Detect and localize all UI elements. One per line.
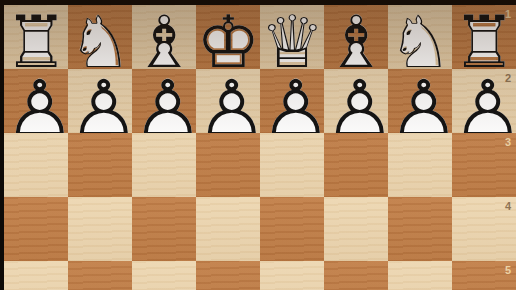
white-pawn: ♟♙ xyxy=(132,69,196,133)
white-knight: ♞♘ xyxy=(68,5,132,69)
square-c3[interactable] xyxy=(324,133,388,197)
square-e4[interactable] xyxy=(196,197,260,261)
square-h2[interactable]: ♟♙ xyxy=(4,69,68,133)
white-knight-outline-glyph: ♘ xyxy=(388,6,453,78)
white-king-outline-glyph: ♔ xyxy=(196,6,261,78)
square-f5[interactable] xyxy=(132,261,196,290)
rank-label-2: 2 xyxy=(505,72,511,84)
square-d3[interactable] xyxy=(260,133,324,197)
square-b4[interactable] xyxy=(388,197,452,261)
rank-label-4: 4 xyxy=(505,200,511,212)
square-e2[interactable]: ♟♙ xyxy=(196,69,260,133)
square-g3[interactable] xyxy=(68,133,132,197)
square-d5[interactable] xyxy=(260,261,324,290)
square-h4[interactable] xyxy=(4,197,68,261)
white-pawn: ♟♙ xyxy=(260,69,324,133)
white-bishop-outline-glyph: ♗ xyxy=(324,6,389,78)
square-g1[interactable]: ♞♘ xyxy=(68,5,132,69)
white-pawn: ♟♙ xyxy=(324,69,388,133)
square-c2[interactable]: ♟♙ xyxy=(324,69,388,133)
white-bishop-outline-glyph: ♗ xyxy=(132,6,197,78)
white-bishop-fill-glyph: ♝ xyxy=(132,6,197,78)
white-bishop: ♝♗ xyxy=(324,5,388,69)
white-rook-fill-glyph: ♜ xyxy=(4,6,69,78)
white-queen-fill-glyph: ♛ xyxy=(260,6,325,78)
square-f3[interactable] xyxy=(132,133,196,197)
square-d1[interactable]: ♛♕ xyxy=(260,5,324,69)
white-pawn: ♟♙ xyxy=(196,69,260,133)
square-h3[interactable] xyxy=(4,133,68,197)
square-a1[interactable]: ♜♖1 xyxy=(452,5,516,69)
square-c1[interactable]: ♝♗ xyxy=(324,5,388,69)
white-pawn: ♟♙ xyxy=(68,69,132,133)
square-g4[interactable] xyxy=(68,197,132,261)
white-king-fill-glyph: ♚ xyxy=(196,6,261,78)
white-queen: ♛♕ xyxy=(260,5,324,69)
white-knight-fill-glyph: ♞ xyxy=(388,6,453,78)
square-f4[interactable] xyxy=(132,197,196,261)
square-a3[interactable]: 3 xyxy=(452,133,516,197)
rank-label-3: 3 xyxy=(505,136,511,148)
chess-board: ♜♖♞♘♝♗♚♔♛♕♝♗♞♘♜♖1♟♙♟♙♟♙♟♙♟♙♟♙♟♙♟♙2345 xyxy=(4,5,516,290)
square-d4[interactable] xyxy=(260,197,324,261)
square-d2[interactable]: ♟♙ xyxy=(260,69,324,133)
white-king: ♚♔ xyxy=(196,5,260,69)
white-pawn: ♟♙ xyxy=(4,69,68,133)
white-rook: ♜♖ xyxy=(4,5,68,69)
square-f1[interactable]: ♝♗ xyxy=(132,5,196,69)
rank-label-5: 5 xyxy=(505,264,511,276)
square-e3[interactable] xyxy=(196,133,260,197)
square-b5[interactable] xyxy=(388,261,452,290)
square-f2[interactable]: ♟♙ xyxy=(132,69,196,133)
white-rook-outline-glyph: ♖ xyxy=(4,6,69,78)
square-e5[interactable] xyxy=(196,261,260,290)
square-b1[interactable]: ♞♘ xyxy=(388,5,452,69)
square-g2[interactable]: ♟♙ xyxy=(68,69,132,133)
rank-label-1: 1 xyxy=(505,8,511,20)
white-bishop: ♝♗ xyxy=(132,5,196,69)
white-queen-outline-glyph: ♕ xyxy=(260,6,325,78)
square-h5[interactable] xyxy=(4,261,68,290)
white-knight-fill-glyph: ♞ xyxy=(68,6,133,78)
square-a4[interactable]: 4 xyxy=(452,197,516,261)
white-pawn: ♟♙ xyxy=(388,69,452,133)
square-b3[interactable] xyxy=(388,133,452,197)
chess-app-viewport: ♜♖♞♘♝♗♚♔♛♕♝♗♞♘♜♖1♟♙♟♙♟♙♟♙♟♙♟♙♟♙♟♙2345 xyxy=(0,0,516,290)
square-a5[interactable]: 5 xyxy=(452,261,516,290)
square-c4[interactable] xyxy=(324,197,388,261)
square-g5[interactable] xyxy=(68,261,132,290)
square-e1[interactable]: ♚♔ xyxy=(196,5,260,69)
square-b2[interactable]: ♟♙ xyxy=(388,69,452,133)
square-h1[interactable]: ♜♖ xyxy=(4,5,68,69)
square-a2[interactable]: ♟♙2 xyxy=(452,69,516,133)
square-c5[interactable] xyxy=(324,261,388,290)
white-bishop-fill-glyph: ♝ xyxy=(324,6,389,78)
white-knight-outline-glyph: ♘ xyxy=(68,6,133,78)
white-knight: ♞♘ xyxy=(388,5,452,69)
